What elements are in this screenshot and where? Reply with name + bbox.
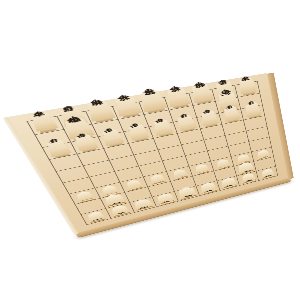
piece-kanji: 歩兵 <box>219 163 226 165</box>
piece-kanji: 歩兵 <box>153 178 161 180</box>
piece-kanji: 歩兵 <box>198 168 206 170</box>
piece-kanji: 飛車 <box>71 126 84 128</box>
piece-kanji: 歩兵 <box>176 173 184 175</box>
piece-kanji: 歩兵 <box>248 108 257 110</box>
piece-kanji: 歩兵 <box>204 116 213 118</box>
piece-kanji: 玉将 <box>146 98 158 100</box>
shogi-piece-lance-sente[interactable]: 香車 <box>260 168 275 180</box>
pieces-layer: 香車桂馬銀将金将玉将金将銀将桂馬香車飛車角行歩兵歩兵歩兵歩兵歩兵歩兵歩兵歩兵歩兵… <box>7 73 267 117</box>
piece-kanji: 歩兵 <box>157 125 167 127</box>
piece-kanji: 銀将 <box>139 203 148 205</box>
piece-kanji: 金将 <box>172 95 183 97</box>
piece-kanji: 歩兵 <box>260 153 267 155</box>
piece-kanji: 歩兵 <box>105 189 114 191</box>
piece-kanji: 歩兵 <box>80 195 89 197</box>
product-photo-stage: 香車桂馬銀将金将玉将金将銀将桂馬香車飛車角行歩兵歩兵歩兵歩兵歩兵歩兵歩兵歩兵歩兵… <box>0 0 300 300</box>
piece-kanji: 桂馬 <box>245 177 252 179</box>
piece-kanji: 歩兵 <box>130 184 139 186</box>
piece-kanji: 銀将 <box>196 91 206 93</box>
piece-kanji: 香車 <box>242 84 251 86</box>
piece-kanji: 銀将 <box>93 108 105 110</box>
shogi-piece-knight-sente[interactable]: 桂馬 <box>240 172 256 184</box>
shogi-board: 香車桂馬銀将金将玉将金将銀将桂馬香車飛車角行歩兵歩兵歩兵歩兵歩兵歩兵歩兵歩兵歩兵… <box>7 73 288 233</box>
piece-kanji: 歩兵 <box>51 146 63 148</box>
piece-kanji: 歩兵 <box>106 135 117 137</box>
piece-kanji: 桂馬 <box>116 209 125 211</box>
piece-kanji: 金将 <box>121 104 133 106</box>
piece-kanji: 香車 <box>91 215 100 217</box>
piece-kanji: 歩兵 <box>240 158 247 160</box>
shogi-piece-lance-gote[interactable]: 香車 <box>237 75 258 96</box>
piece-kanji: 香車 <box>37 120 49 122</box>
shogi-piece-pawn-gote[interactable]: 歩兵 <box>243 100 262 119</box>
piece-kanji: 歩兵 <box>132 130 142 132</box>
piece-kanji: 香車 <box>264 172 271 174</box>
shogi-piece-silver-sente[interactable]: 銀将 <box>219 176 237 190</box>
piece-kanji: 角行 <box>222 98 233 100</box>
piece-kanji: 金将 <box>204 187 212 189</box>
piece-kanji: 歩兵 <box>227 112 236 114</box>
piece-kanji: 歩兵 <box>181 121 191 123</box>
piece-kanji: 角行 <box>109 198 119 200</box>
piece-kanji: 王将 <box>183 191 192 193</box>
piece-kanji: 金将 <box>161 197 170 199</box>
piece-kanji: 飛車 <box>242 167 250 169</box>
piece-kanji: 歩兵 <box>79 140 90 142</box>
piece-kanji: 銀将 <box>225 182 233 184</box>
